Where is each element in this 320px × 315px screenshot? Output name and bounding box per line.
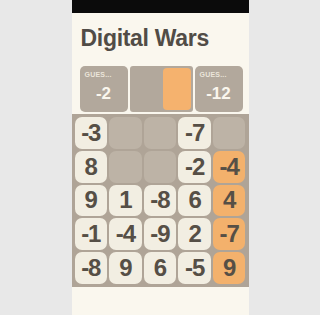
right-player-score-value: -12 — [195, 75, 243, 112]
game-board: -3-78-2-491-864-1-4-92-7-896-59 — [72, 114, 249, 287]
app-screen: Digital Wars GUES... -2 GUES... -12 -3-7… — [72, 0, 249, 315]
turn-indicator-active-orange — [163, 68, 191, 110]
cell-r5c4[interactable]: -5 — [178, 252, 211, 284]
cell-r2c5[interactable]: -4 — [213, 151, 246, 183]
cell-r3c3[interactable]: -8 — [144, 185, 177, 217]
turn-indicator — [130, 66, 193, 112]
cell-r5c3[interactable]: 6 — [144, 252, 177, 284]
cell-r4c1[interactable]: -1 — [75, 218, 108, 250]
cell-r1c4[interactable]: -7 — [178, 117, 211, 149]
cell-r3c4[interactable]: 6 — [178, 185, 211, 217]
cell-r2c2[interactable] — [109, 151, 142, 183]
cell-r5c1[interactable]: -8 — [75, 252, 108, 284]
cell-r4c5[interactable]: -7 — [213, 218, 246, 250]
cell-r3c5[interactable]: 4 — [213, 185, 246, 217]
left-player-score-box: GUES... -2 — [80, 66, 128, 112]
cell-r1c2[interactable] — [109, 117, 142, 149]
cell-r2c1[interactable]: 8 — [75, 151, 108, 183]
title-bar: Digital Wars — [72, 13, 249, 63]
right-player-score-box: GUES... -12 — [195, 66, 243, 112]
cell-r1c5[interactable] — [213, 117, 246, 149]
cell-r1c1[interactable]: -3 — [75, 117, 108, 149]
cell-r2c4[interactable]: -2 — [178, 151, 211, 183]
cell-r4c4[interactable]: 2 — [178, 218, 211, 250]
cell-r4c2[interactable]: -4 — [109, 218, 142, 250]
cell-r4c3[interactable]: -9 — [144, 218, 177, 250]
left-player-score-value: -2 — [80, 75, 128, 112]
cell-r1c3[interactable] — [144, 117, 177, 149]
page-title: Digital Wars — [81, 25, 209, 52]
cell-r5c2[interactable]: 9 — [109, 252, 142, 284]
cell-r3c2[interactable]: 1 — [109, 185, 142, 217]
cell-r3c1[interactable]: 9 — [75, 185, 108, 217]
status-bar — [72, 0, 249, 13]
top-panel: GUES... -2 GUES... -12 — [80, 66, 243, 112]
cell-r2c3[interactable] — [144, 151, 177, 183]
cell-r5c5[interactable]: 9 — [213, 252, 246, 284]
bottom-space — [72, 287, 249, 315]
